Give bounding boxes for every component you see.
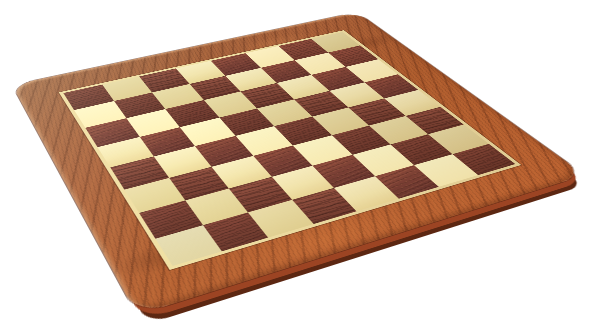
board-grid (63, 32, 515, 266)
board-inlay-border (59, 30, 521, 270)
chess-board (12, 12, 585, 315)
board-photo (0, 0, 600, 332)
